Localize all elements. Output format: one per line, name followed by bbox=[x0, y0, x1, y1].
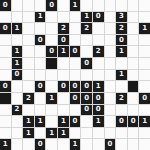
cell[interactable]: 0 bbox=[139, 93, 150, 104]
cell[interactable] bbox=[128, 58, 139, 69]
cell[interactable] bbox=[128, 81, 139, 92]
cell[interactable] bbox=[93, 58, 104, 69]
cell[interactable]: 0 bbox=[46, 46, 57, 57]
cell[interactable]: 1 bbox=[139, 116, 150, 127]
cell[interactable]: 0 bbox=[105, 139, 116, 150]
cell[interactable]: 0 bbox=[93, 93, 104, 104]
cell[interactable]: 1 bbox=[70, 0, 81, 11]
cell[interactable]: 1 bbox=[12, 58, 23, 69]
cell[interactable] bbox=[35, 128, 46, 139]
cell[interactable] bbox=[0, 93, 11, 104]
cell[interactable]: 0 bbox=[116, 35, 127, 46]
cell[interactable]: 0 bbox=[70, 116, 81, 127]
cell[interactable] bbox=[81, 35, 92, 46]
cell[interactable] bbox=[12, 116, 23, 127]
cell[interactable] bbox=[70, 128, 81, 139]
cell[interactable] bbox=[70, 12, 81, 23]
puzzle-board: 0011103012221000101021100100000121000202… bbox=[0, 0, 150, 150]
cell[interactable] bbox=[35, 0, 46, 11]
cell[interactable] bbox=[128, 0, 139, 11]
cell[interactable] bbox=[128, 139, 139, 150]
cell[interactable] bbox=[105, 128, 116, 139]
cell[interactable]: 0 bbox=[81, 81, 92, 92]
cell[interactable] bbox=[0, 128, 11, 139]
cell[interactable] bbox=[0, 46, 11, 57]
cell[interactable] bbox=[58, 0, 69, 11]
cell[interactable] bbox=[46, 12, 57, 23]
cell[interactable]: 0 bbox=[58, 81, 69, 92]
cell[interactable] bbox=[128, 93, 139, 104]
cell[interactable] bbox=[93, 139, 104, 150]
cell[interactable] bbox=[105, 23, 116, 34]
cell[interactable] bbox=[12, 12, 23, 23]
cell[interactable] bbox=[139, 46, 150, 57]
cell[interactable] bbox=[0, 58, 11, 69]
cell[interactable] bbox=[12, 35, 23, 46]
cell[interactable]: 2 bbox=[58, 23, 69, 34]
cell[interactable] bbox=[105, 35, 116, 46]
cell[interactable] bbox=[23, 12, 34, 23]
cell[interactable]: 1 bbox=[23, 116, 34, 127]
cell[interactable] bbox=[70, 105, 81, 116]
cell[interactable]: 1 bbox=[0, 139, 11, 150]
cell[interactable]: 1 bbox=[58, 46, 69, 57]
cell[interactable] bbox=[46, 70, 57, 81]
cell[interactable] bbox=[58, 139, 69, 150]
cell[interactable] bbox=[128, 46, 139, 57]
cell[interactable] bbox=[105, 12, 116, 23]
cell[interactable]: 0 bbox=[81, 93, 92, 104]
cell[interactable]: 2 bbox=[12, 105, 23, 116]
cell[interactable]: 1 bbox=[58, 116, 69, 127]
cell[interactable] bbox=[139, 105, 150, 116]
cell[interactable] bbox=[128, 70, 139, 81]
cell[interactable]: 2 bbox=[116, 23, 127, 34]
cell[interactable] bbox=[81, 128, 92, 139]
cell[interactable]: 0 bbox=[116, 116, 127, 127]
cell[interactable]: 0 bbox=[81, 105, 92, 116]
cell[interactable] bbox=[128, 105, 139, 116]
cell[interactable]: 0 bbox=[93, 12, 104, 23]
cell[interactable] bbox=[23, 81, 34, 92]
cell[interactable] bbox=[23, 139, 34, 150]
cell[interactable] bbox=[58, 70, 69, 81]
cell[interactable] bbox=[23, 35, 34, 46]
cell[interactable]: 2 bbox=[23, 93, 34, 104]
cell[interactable] bbox=[105, 70, 116, 81]
cell[interactable] bbox=[58, 12, 69, 23]
cell[interactable] bbox=[116, 128, 127, 139]
cell[interactable] bbox=[35, 23, 46, 34]
cell[interactable] bbox=[116, 139, 127, 150]
cell[interactable] bbox=[46, 35, 57, 46]
cell[interactable] bbox=[23, 105, 34, 116]
cell[interactable] bbox=[0, 105, 11, 116]
cell[interactable]: 1 bbox=[12, 46, 23, 57]
cell[interactable]: 1 bbox=[81, 12, 92, 23]
cell[interactable]: 1 bbox=[23, 128, 34, 139]
cell[interactable] bbox=[12, 128, 23, 139]
cell[interactable] bbox=[70, 70, 81, 81]
cell[interactable] bbox=[58, 58, 69, 69]
cell[interactable] bbox=[81, 139, 92, 150]
cell[interactable]: 1 bbox=[116, 70, 127, 81]
cell[interactable] bbox=[81, 0, 92, 11]
cell[interactable] bbox=[58, 93, 69, 104]
cell[interactable]: 0 bbox=[35, 35, 46, 46]
cell[interactable] bbox=[23, 70, 34, 81]
cell[interactable] bbox=[0, 116, 11, 127]
cell[interactable] bbox=[105, 116, 116, 127]
cell[interactable] bbox=[105, 81, 116, 92]
cell[interactable] bbox=[35, 58, 46, 69]
cell[interactable]: 0 bbox=[46, 0, 57, 11]
cell[interactable] bbox=[46, 105, 57, 116]
cell[interactable]: 1 bbox=[116, 46, 127, 57]
cell[interactable]: 0 bbox=[0, 23, 11, 34]
cell[interactable]: 0 bbox=[12, 70, 23, 81]
cell[interactable] bbox=[139, 12, 150, 23]
cell[interactable] bbox=[70, 35, 81, 46]
cell[interactable] bbox=[93, 23, 104, 34]
cell[interactable] bbox=[128, 128, 139, 139]
cell[interactable] bbox=[46, 81, 57, 92]
cell[interactable] bbox=[70, 58, 81, 69]
cell[interactable] bbox=[35, 46, 46, 57]
cell[interactable] bbox=[128, 12, 139, 23]
cell[interactable]: 1 bbox=[46, 128, 57, 139]
cell[interactable] bbox=[12, 139, 23, 150]
cell[interactable] bbox=[12, 81, 23, 92]
cell[interactable]: 0 bbox=[0, 81, 11, 92]
cell[interactable] bbox=[0, 12, 11, 23]
cell[interactable]: 0 bbox=[70, 81, 81, 92]
cell[interactable]: 1 bbox=[58, 128, 69, 139]
cell[interactable]: 0 bbox=[35, 81, 46, 92]
cell[interactable]: 0 bbox=[70, 46, 81, 57]
cell[interactable] bbox=[46, 116, 57, 127]
cell[interactable]: 1 bbox=[35, 12, 46, 23]
cell[interactable]: 0 bbox=[93, 105, 104, 116]
cell[interactable] bbox=[23, 0, 34, 11]
cell[interactable] bbox=[128, 23, 139, 34]
cell[interactable]: 0 bbox=[58, 35, 69, 46]
cell[interactable] bbox=[128, 35, 139, 46]
cell[interactable] bbox=[139, 70, 150, 81]
cell[interactable] bbox=[0, 70, 11, 81]
cell[interactable]: 1 bbox=[93, 81, 104, 92]
cell[interactable]: 1 bbox=[12, 23, 23, 34]
cell[interactable] bbox=[58, 105, 69, 116]
cell[interactable]: 0 bbox=[70, 93, 81, 104]
cell[interactable]: 1 bbox=[46, 93, 57, 104]
cell[interactable] bbox=[23, 46, 34, 57]
cell[interactable] bbox=[139, 0, 150, 11]
cell[interactable] bbox=[70, 23, 81, 34]
cell[interactable] bbox=[116, 105, 127, 116]
cell[interactable] bbox=[23, 58, 34, 69]
cell[interactable] bbox=[105, 0, 116, 11]
cell[interactable] bbox=[93, 128, 104, 139]
cell[interactable]: 2 bbox=[93, 46, 104, 57]
cell[interactable] bbox=[12, 0, 23, 11]
cell[interactable] bbox=[105, 46, 116, 57]
cell[interactable] bbox=[139, 81, 150, 92]
cell[interactable] bbox=[81, 46, 92, 57]
cell[interactable]: 1 bbox=[35, 116, 46, 127]
cell[interactable]: 2 bbox=[81, 23, 92, 34]
cell[interactable]: 0 bbox=[0, 0, 11, 11]
cell[interactable] bbox=[116, 0, 127, 11]
cell[interactable] bbox=[116, 81, 127, 92]
cell[interactable] bbox=[81, 70, 92, 81]
cell[interactable] bbox=[81, 116, 92, 127]
cell[interactable] bbox=[0, 35, 11, 46]
cell[interactable] bbox=[12, 93, 23, 104]
cell[interactable] bbox=[139, 139, 150, 150]
cell[interactable]: 1 bbox=[139, 23, 150, 34]
cell[interactable] bbox=[93, 70, 104, 81]
cell[interactable] bbox=[35, 105, 46, 116]
cell[interactable]: 1 bbox=[70, 139, 81, 150]
cell[interactable] bbox=[93, 0, 104, 11]
cell[interactable] bbox=[105, 105, 116, 116]
cell[interactable] bbox=[35, 70, 46, 81]
cell[interactable] bbox=[35, 93, 46, 104]
cell[interactable]: 3 bbox=[116, 12, 127, 23]
cell[interactable] bbox=[139, 35, 150, 46]
cell[interactable]: 2 bbox=[116, 93, 127, 104]
cell[interactable] bbox=[116, 58, 127, 69]
cell[interactable] bbox=[139, 58, 150, 69]
cell[interactable]: 1 bbox=[93, 116, 104, 127]
cell[interactable]: 0 bbox=[128, 116, 139, 127]
cell[interactable] bbox=[105, 58, 116, 69]
cell[interactable] bbox=[46, 139, 57, 150]
cell[interactable] bbox=[139, 128, 150, 139]
cell[interactable] bbox=[93, 35, 104, 46]
cell[interactable] bbox=[46, 58, 57, 69]
cell[interactable]: 0 bbox=[81, 58, 92, 69]
cell[interactable] bbox=[46, 23, 57, 34]
cell[interactable] bbox=[23, 23, 34, 34]
cell[interactable]: 0 bbox=[35, 139, 46, 150]
cell[interactable] bbox=[105, 93, 116, 104]
